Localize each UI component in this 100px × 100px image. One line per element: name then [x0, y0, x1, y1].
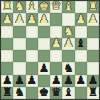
square-f8[interactable]	[26, 87, 38, 99]
square-g3[interactable]	[13, 26, 25, 38]
black-queen[interactable]: ♛	[51, 87, 61, 99]
square-a2[interactable]: ♟	[87, 13, 99, 25]
square-d4[interactable]: ♟	[50, 38, 62, 50]
square-a5[interactable]	[87, 50, 99, 62]
square-b2[interactable]: ♟	[75, 13, 87, 25]
white-pawn[interactable]: ♟	[14, 13, 24, 25]
white-bishop[interactable]: ♝	[63, 1, 73, 13]
white-pawn[interactable]: ♟	[51, 38, 61, 50]
square-g8[interactable]: ♞	[13, 87, 25, 99]
black-rook[interactable]: ♜	[88, 87, 98, 99]
square-a4[interactable]	[87, 38, 99, 50]
square-e2[interactable]: ♟	[38, 13, 50, 25]
square-e8[interactable]: ♚	[38, 87, 50, 99]
square-b8[interactable]	[75, 87, 87, 99]
square-d2[interactable]	[50, 13, 62, 25]
square-e4[interactable]	[38, 38, 50, 50]
square-g2[interactable]: ♟	[13, 13, 25, 25]
square-h2[interactable]: ♟	[1, 13, 13, 25]
black-knight[interactable]: ♞	[14, 87, 24, 99]
square-d5[interactable]	[50, 50, 62, 62]
square-a3[interactable]	[87, 26, 99, 38]
square-c4[interactable]: ♟	[62, 38, 74, 50]
square-d8[interactable]: ♛	[50, 87, 62, 99]
white-queen[interactable]: ♛	[51, 1, 61, 13]
square-f3[interactable]	[26, 26, 38, 38]
white-pawn[interactable]: ♟	[88, 13, 98, 25]
square-f2[interactable]: ♟	[26, 13, 38, 25]
square-f4[interactable]	[26, 38, 38, 50]
white-pawn[interactable]: ♟	[26, 13, 36, 25]
square-h8[interactable]: ♜	[1, 87, 13, 99]
square-b5[interactable]	[75, 50, 87, 62]
square-c8[interactable]: ♝	[62, 87, 74, 99]
square-e6[interactable]: ♟	[38, 62, 50, 74]
black-pawn[interactable]: ♟	[26, 74, 36, 86]
square-d1[interactable]: ♛	[50, 1, 62, 13]
square-g5[interactable]	[13, 50, 25, 62]
square-f5[interactable]	[26, 50, 38, 62]
square-g4[interactable]	[13, 38, 25, 50]
black-rook[interactable]: ♜	[2, 87, 12, 99]
black-pawn[interactable]: ♟	[75, 74, 85, 86]
square-c1[interactable]: ♝	[62, 1, 74, 13]
white-pawn[interactable]: ♟	[75, 13, 85, 25]
black-pawn[interactable]: ♟	[39, 62, 49, 74]
square-b4[interactable]: ♝	[75, 38, 87, 50]
white-pawn[interactable]: ♟	[2, 13, 12, 25]
square-f7[interactable]: ♟	[26, 75, 38, 87]
square-h5[interactable]	[1, 50, 13, 62]
square-h3[interactable]	[1, 26, 13, 38]
square-e3[interactable]	[38, 26, 50, 38]
square-b7[interactable]: ♟	[75, 75, 87, 87]
white-pawn[interactable]: ♟	[39, 13, 49, 25]
square-a8[interactable]: ♜	[87, 87, 99, 99]
black-king[interactable]: ♚	[39, 87, 49, 99]
square-h4[interactable]	[1, 38, 13, 50]
white-pawn[interactable]: ♟	[63, 38, 73, 50]
black-bishop[interactable]: ♝	[75, 38, 85, 50]
black-bishop[interactable]: ♝	[63, 87, 73, 99]
chess-board: ♜♞♝♚♛♝♜♟♟♟♟♟♟♞♟♟♝♟♞♟♟♟♟♟♟♟♜♞♚♛♝♜	[0, 0, 100, 100]
